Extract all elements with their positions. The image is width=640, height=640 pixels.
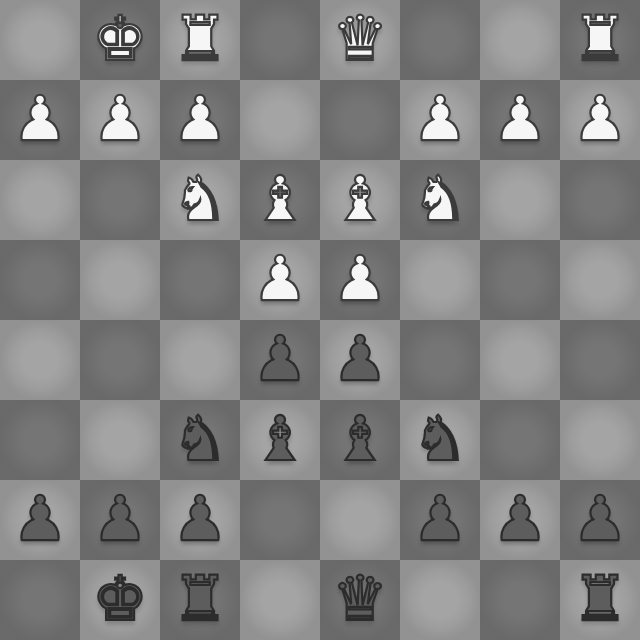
piece-white-knight-c3[interactable]: ♞	[400, 160, 480, 240]
piece-black-rook-f8[interactable]: ♜	[160, 560, 240, 640]
piece-white-pawn-b2[interactable]: ♟	[480, 80, 560, 160]
square-h6[interactable]	[0, 400, 80, 480]
square-f5[interactable]	[160, 320, 240, 400]
square-a6[interactable]	[560, 400, 640, 480]
piece-black-bishop-d6[interactable]: ♝	[320, 400, 400, 480]
square-d7[interactable]	[320, 480, 400, 560]
square-e2[interactable]	[240, 80, 320, 160]
square-h3[interactable]	[0, 160, 80, 240]
square-a3[interactable]	[560, 160, 640, 240]
piece-black-knight-c6[interactable]: ♞	[400, 400, 480, 480]
square-f8[interactable]: ♜	[160, 560, 240, 640]
square-c7[interactable]: ♟	[400, 480, 480, 560]
square-f4[interactable]	[160, 240, 240, 320]
piece-black-pawn-e5[interactable]: ♟	[240, 320, 320, 400]
piece-black-knight-f6[interactable]: ♞	[160, 400, 240, 480]
square-a2[interactable]: ♟	[560, 80, 640, 160]
square-a7[interactable]: ♟	[560, 480, 640, 560]
square-g8[interactable]: ♚	[80, 560, 160, 640]
piece-white-pawn-e4[interactable]: ♟	[240, 240, 320, 320]
square-g3[interactable]	[80, 160, 160, 240]
piece-black-pawn-a7[interactable]: ♟	[560, 480, 640, 560]
square-a4[interactable]	[560, 240, 640, 320]
square-b7[interactable]: ♟	[480, 480, 560, 560]
square-f2[interactable]: ♟	[160, 80, 240, 160]
square-e6[interactable]: ♝	[240, 400, 320, 480]
square-a1[interactable]: ♜	[560, 0, 640, 80]
piece-black-queen-d8[interactable]: ♛	[320, 560, 400, 640]
piece-white-pawn-c2[interactable]: ♟	[400, 80, 480, 160]
square-b6[interactable]	[480, 400, 560, 480]
piece-white-queen-d1[interactable]: ♛	[320, 0, 400, 80]
piece-black-pawn-b7[interactable]: ♟	[480, 480, 560, 560]
square-a5[interactable]	[560, 320, 640, 400]
square-b1[interactable]	[480, 0, 560, 80]
piece-white-knight-f3[interactable]: ♞	[160, 160, 240, 240]
square-g2[interactable]: ♟	[80, 80, 160, 160]
square-h5[interactable]	[0, 320, 80, 400]
square-d3[interactable]: ♝	[320, 160, 400, 240]
piece-black-pawn-d5[interactable]: ♟	[320, 320, 400, 400]
square-d2[interactable]	[320, 80, 400, 160]
square-g6[interactable]	[80, 400, 160, 480]
piece-black-pawn-f7[interactable]: ♟	[160, 480, 240, 560]
square-b3[interactable]	[480, 160, 560, 240]
square-c4[interactable]	[400, 240, 480, 320]
square-f6[interactable]: ♞	[160, 400, 240, 480]
square-e5[interactable]: ♟	[240, 320, 320, 400]
piece-black-king-g8[interactable]: ♚	[80, 560, 160, 640]
square-c6[interactable]: ♞	[400, 400, 480, 480]
square-c5[interactable]	[400, 320, 480, 400]
square-g1[interactable]: ♚	[80, 0, 160, 80]
square-c2[interactable]: ♟	[400, 80, 480, 160]
square-b8[interactable]	[480, 560, 560, 640]
square-d5[interactable]: ♟	[320, 320, 400, 400]
square-h4[interactable]	[0, 240, 80, 320]
piece-white-pawn-g2[interactable]: ♟	[80, 80, 160, 160]
piece-white-pawn-h2[interactable]: ♟	[0, 80, 80, 160]
square-e4[interactable]: ♟	[240, 240, 320, 320]
square-d4[interactable]: ♟	[320, 240, 400, 320]
square-c3[interactable]: ♞	[400, 160, 480, 240]
square-b5[interactable]	[480, 320, 560, 400]
square-h8[interactable]	[0, 560, 80, 640]
square-c8[interactable]	[400, 560, 480, 640]
square-c1[interactable]	[400, 0, 480, 80]
square-f7[interactable]: ♟	[160, 480, 240, 560]
square-e8[interactable]	[240, 560, 320, 640]
square-h7[interactable]: ♟	[0, 480, 80, 560]
square-d6[interactable]: ♝	[320, 400, 400, 480]
piece-black-bishop-e6[interactable]: ♝	[240, 400, 320, 480]
chess-board: ♚♜♛♜♟♟♟♟♟♟♞♝♝♞♟♟♟♟♞♝♝♞♟♟♟♟♟♟♚♜♛♜	[0, 0, 640, 640]
piece-white-pawn-f2[interactable]: ♟	[160, 80, 240, 160]
piece-white-pawn-a2[interactable]: ♟	[560, 80, 640, 160]
piece-white-bishop-d3[interactable]: ♝	[320, 160, 400, 240]
piece-white-rook-f1[interactable]: ♜	[160, 0, 240, 80]
square-g7[interactable]: ♟	[80, 480, 160, 560]
square-f1[interactable]: ♜	[160, 0, 240, 80]
square-b4[interactable]	[480, 240, 560, 320]
piece-black-pawn-g7[interactable]: ♟	[80, 480, 160, 560]
piece-black-pawn-h7[interactable]: ♟	[0, 480, 80, 560]
square-d8[interactable]: ♛	[320, 560, 400, 640]
square-h2[interactable]: ♟	[0, 80, 80, 160]
piece-white-pawn-d4[interactable]: ♟	[320, 240, 400, 320]
piece-black-pawn-c7[interactable]: ♟	[400, 480, 480, 560]
square-a8[interactable]: ♜	[560, 560, 640, 640]
piece-white-rook-a1[interactable]: ♜	[560, 0, 640, 80]
square-g4[interactable]	[80, 240, 160, 320]
square-e3[interactable]: ♝	[240, 160, 320, 240]
piece-white-bishop-e3[interactable]: ♝	[240, 160, 320, 240]
square-f3[interactable]: ♞	[160, 160, 240, 240]
square-e1[interactable]	[240, 0, 320, 80]
piece-white-king-g1[interactable]: ♚	[80, 0, 160, 80]
piece-black-rook-a8[interactable]: ♜	[560, 560, 640, 640]
square-d1[interactable]: ♛	[320, 0, 400, 80]
square-e7[interactable]	[240, 480, 320, 560]
square-g5[interactable]	[80, 320, 160, 400]
square-b2[interactable]: ♟	[480, 80, 560, 160]
square-h1[interactable]	[0, 0, 80, 80]
